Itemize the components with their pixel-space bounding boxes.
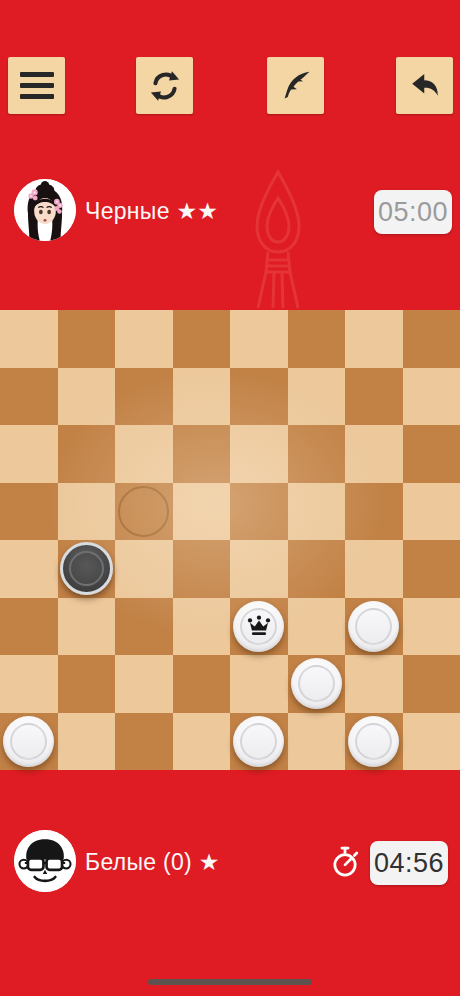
square-c2	[115, 655, 173, 713]
square-a3[interactable]	[0, 598, 58, 656]
boy-glasses-avatar-icon	[14, 830, 76, 892]
square-g6	[345, 425, 403, 483]
square-e2	[230, 655, 288, 713]
black-player-avatar[interactable]	[14, 179, 76, 241]
square-c5[interactable]	[115, 483, 173, 541]
square-h8[interactable]	[403, 310, 460, 368]
square-c4	[115, 540, 173, 598]
girl-avatar-icon	[14, 179, 76, 241]
square-d3	[173, 598, 231, 656]
square-f4[interactable]	[288, 540, 346, 598]
square-b3	[58, 598, 116, 656]
square-b5	[58, 483, 116, 541]
square-f7	[288, 368, 346, 426]
square-c6	[115, 425, 173, 483]
square-c1[interactable]	[115, 713, 173, 771]
square-g7[interactable]	[345, 368, 403, 426]
square-f6[interactable]	[288, 425, 346, 483]
square-b2[interactable]	[58, 655, 116, 713]
square-d8[interactable]	[173, 310, 231, 368]
square-c8	[115, 310, 173, 368]
black-player-clock: 05:00	[374, 190, 452, 234]
square-a4	[0, 540, 58, 598]
square-e7[interactable]	[230, 368, 288, 426]
square-h6[interactable]	[403, 425, 460, 483]
square-h3	[403, 598, 460, 656]
square-a6	[0, 425, 58, 483]
white-man-f2[interactable]	[291, 658, 342, 709]
square-e5[interactable]	[230, 483, 288, 541]
menu-button[interactable]	[8, 57, 65, 114]
square-d6[interactable]	[173, 425, 231, 483]
square-d5	[173, 483, 231, 541]
white-man-g1[interactable]	[348, 716, 399, 767]
undo-arrow-icon	[407, 68, 443, 104]
square-b6[interactable]	[58, 425, 116, 483]
white-player-avatar[interactable]	[14, 830, 76, 892]
refresh-icon	[147, 68, 183, 104]
stopwatch-icon	[330, 845, 360, 881]
square-h5	[403, 483, 460, 541]
square-e3[interactable]	[230, 598, 288, 656]
toolbar	[0, 57, 460, 115]
square-g5[interactable]	[345, 483, 403, 541]
square-a7[interactable]	[0, 368, 58, 426]
white-king-e3[interactable]	[233, 601, 284, 652]
square-a5[interactable]	[0, 483, 58, 541]
square-d2[interactable]	[173, 655, 231, 713]
square-d4[interactable]	[173, 540, 231, 598]
square-e1[interactable]	[230, 713, 288, 771]
square-a2	[0, 655, 58, 713]
square-b8[interactable]	[58, 310, 116, 368]
player-row-white: Белые (0) ★ 04:56	[0, 830, 460, 894]
app-screen: Черные ★★ 05:00 Белые (0) ★	[0, 0, 460, 996]
board	[0, 310, 460, 770]
move-hint-c5	[118, 486, 169, 537]
compose-button[interactable]	[267, 57, 324, 114]
square-a1[interactable]	[0, 713, 58, 771]
black-player-name: Черные ★★	[85, 198, 218, 225]
square-g1[interactable]	[345, 713, 403, 771]
square-f8[interactable]	[288, 310, 346, 368]
square-h2[interactable]	[403, 655, 460, 713]
square-d7	[173, 368, 231, 426]
home-indicator[interactable]	[148, 979, 312, 985]
restart-button[interactable]	[136, 57, 193, 114]
square-g2	[345, 655, 403, 713]
square-d1	[173, 713, 231, 771]
white-player-name: Белые (0) ★	[85, 849, 220, 876]
square-h1	[403, 713, 460, 771]
feather-icon	[278, 68, 314, 104]
square-a8	[0, 310, 58, 368]
player-row-black: Черные ★★ 05:00	[0, 179, 460, 243]
white-man-a1[interactable]	[3, 716, 54, 767]
square-f3	[288, 598, 346, 656]
square-c3[interactable]	[115, 598, 173, 656]
hamburger-icon	[20, 72, 54, 99]
square-b4[interactable]	[58, 540, 116, 598]
square-h4[interactable]	[403, 540, 460, 598]
square-g3[interactable]	[345, 598, 403, 656]
square-e8	[230, 310, 288, 368]
square-h7	[403, 368, 460, 426]
square-b7	[58, 368, 116, 426]
square-e4	[230, 540, 288, 598]
white-player-clock: 04:56	[370, 841, 448, 885]
white-man-g3[interactable]	[348, 601, 399, 652]
square-f2[interactable]	[288, 655, 346, 713]
square-c7[interactable]	[115, 368, 173, 426]
black-man-b4[interactable]	[60, 542, 113, 595]
square-b1	[58, 713, 116, 771]
undo-button[interactable]	[396, 57, 453, 114]
square-f1	[288, 713, 346, 771]
square-g8	[345, 310, 403, 368]
square-g4	[345, 540, 403, 598]
square-e6	[230, 425, 288, 483]
white-man-e1[interactable]	[233, 716, 284, 767]
square-f5	[288, 483, 346, 541]
